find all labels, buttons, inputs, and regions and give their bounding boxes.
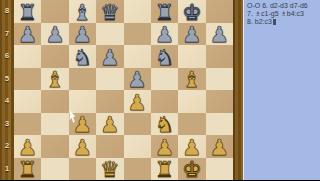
- square-b8[interactable]: [41, 0, 68, 23]
- rank-label-1: 1: [0, 158, 14, 181]
- rank-label-8: 8: [0, 0, 14, 23]
- square-b3[interactable]: [41, 113, 68, 136]
- square-g2[interactable]: ♟: [178, 135, 205, 158]
- white-rook-icon[interactable]: ♜: [155, 158, 175, 180]
- chess-board[interactable]: ♜♝♛♜♚♟♟♟♟♟♟♞♟♞♝♟♝♟♟♟♞♟♟♟♟♟♜♛♜♚: [14, 0, 233, 180]
- move-list-line-text: 8. b2:c3: [247, 18, 272, 25]
- black-pawn-icon[interactable]: ♟: [155, 23, 175, 46]
- square-e5[interactable]: ♟: [124, 68, 151, 91]
- square-b6[interactable]: [41, 45, 68, 68]
- square-e7[interactable]: [124, 23, 151, 46]
- white-bishop-icon[interactable]: ♝: [182, 68, 202, 91]
- square-b5[interactable]: ♝: [41, 68, 68, 91]
- move-list-panel[interactable]: O-O 6. d2-d3 d7-d6 7. ♗c1-g5 ♗b4:c3 8. b…: [243, 0, 320, 180]
- black-pawn-icon[interactable]: ♟: [45, 23, 65, 46]
- board-wrapper: ♜♝♛♜♚♟♟♟♟♟♟♞♟♞♝♟♝♟♟♟♞♟♟♟♟♟♜♛♜♚: [14, 0, 233, 180]
- square-a1[interactable]: ♜: [14, 158, 41, 181]
- white-pawn-icon[interactable]: ♟: [100, 113, 120, 136]
- black-queen-icon[interactable]: ♛: [100, 1, 120, 24]
- square-g4[interactable]: [178, 90, 205, 113]
- square-c2[interactable]: ♟: [69, 135, 96, 158]
- black-pawn-icon[interactable]: ♟: [209, 23, 229, 46]
- square-g8[interactable]: ♚: [178, 0, 205, 23]
- square-a8[interactable]: ♜: [14, 0, 41, 23]
- rank-label-7: 7: [0, 23, 14, 46]
- move-list-line: 7. ♗c1-g5 ♗b4:c3: [247, 10, 319, 18]
- black-knight-icon[interactable]: ♞: [73, 46, 93, 69]
- square-d5[interactable]: [96, 68, 123, 91]
- white-queen-icon[interactable]: ♛: [100, 158, 120, 180]
- black-pawn-icon[interactable]: ♟: [182, 23, 202, 46]
- square-d7[interactable]: [96, 23, 123, 46]
- square-d1[interactable]: ♛: [96, 158, 123, 181]
- black-rook-icon[interactable]: ♜: [18, 1, 38, 24]
- black-bishop-icon[interactable]: ♝: [73, 1, 93, 24]
- rank-label-3: 3: [0, 113, 14, 136]
- white-king-icon[interactable]: ♚: [182, 158, 202, 180]
- white-pawn-icon[interactable]: ♟: [73, 113, 93, 136]
- rank-label-2: 2: [0, 135, 14, 158]
- square-a2[interactable]: ♟: [14, 135, 41, 158]
- white-pawn-icon[interactable]: ♟: [18, 136, 38, 159]
- square-h4[interactable]: [206, 90, 233, 113]
- rank-label-6: 6: [0, 45, 14, 68]
- rank-label-4: 4: [0, 90, 14, 113]
- square-f2[interactable]: ♟: [151, 135, 178, 158]
- square-f5[interactable]: [151, 68, 178, 91]
- board-right-border: [233, 0, 243, 180]
- square-a3[interactable]: [14, 113, 41, 136]
- square-c1[interactable]: [69, 158, 96, 181]
- square-f4[interactable]: [151, 90, 178, 113]
- square-c5[interactable]: [69, 68, 96, 91]
- square-e2[interactable]: [124, 135, 151, 158]
- square-d6[interactable]: ♟: [96, 45, 123, 68]
- black-rook-icon[interactable]: ♜: [155, 1, 175, 24]
- square-c4[interactable]: [69, 90, 96, 113]
- white-pawn-icon[interactable]: ♟: [155, 136, 175, 159]
- square-g3[interactable]: [178, 113, 205, 136]
- square-f7[interactable]: ♟: [151, 23, 178, 46]
- square-c7[interactable]: ♟: [69, 23, 96, 46]
- rank-label-5: 5: [0, 68, 14, 91]
- square-g5[interactable]: ♝: [178, 68, 205, 91]
- square-h5[interactable]: [206, 68, 233, 91]
- square-h6[interactable]: [206, 45, 233, 68]
- text-caret: [273, 19, 276, 25]
- black-pawn-icon[interactable]: ♟: [73, 23, 93, 46]
- square-d4[interactable]: [96, 90, 123, 113]
- white-pawn-icon[interactable]: ♟: [127, 91, 147, 114]
- black-king-icon[interactable]: ♚: [182, 1, 202, 24]
- square-b7[interactable]: ♟: [41, 23, 68, 46]
- square-f1[interactable]: ♜: [151, 158, 178, 181]
- square-f6[interactable]: ♞: [151, 45, 178, 68]
- square-c6[interactable]: ♞: [69, 45, 96, 68]
- square-a6[interactable]: [14, 45, 41, 68]
- square-a4[interactable]: [14, 90, 41, 113]
- square-d2[interactable]: [96, 135, 123, 158]
- square-b1[interactable]: [41, 158, 68, 181]
- square-e8[interactable]: [124, 0, 151, 23]
- square-g7[interactable]: ♟: [178, 23, 205, 46]
- square-c8[interactable]: ♝: [69, 0, 96, 23]
- black-knight-icon[interactable]: ♞: [155, 46, 175, 69]
- square-h7[interactable]: ♟: [206, 23, 233, 46]
- move-list-line: O-O 6. d2-d3 d7-d6: [247, 2, 319, 10]
- white-pawn-icon[interactable]: ♟: [73, 136, 93, 159]
- square-d8[interactable]: ♛: [96, 0, 123, 23]
- white-rook-icon[interactable]: ♜: [18, 158, 38, 180]
- square-e6[interactable]: [124, 45, 151, 68]
- square-h8[interactable]: [206, 0, 233, 23]
- square-e3[interactable]: [124, 113, 151, 136]
- square-e1[interactable]: [124, 158, 151, 181]
- black-pawn-icon[interactable]: ♟: [127, 68, 147, 91]
- black-pawn-icon[interactable]: ♟: [100, 46, 120, 69]
- square-d3[interactable]: ♟: [96, 113, 123, 136]
- white-pawn-icon[interactable]: ♟: [182, 136, 202, 159]
- square-h2[interactable]: ♟: [206, 135, 233, 158]
- white-bishop-icon[interactable]: ♝: [45, 68, 65, 91]
- square-b4[interactable]: [41, 90, 68, 113]
- white-pawn-icon[interactable]: ♟: [209, 136, 229, 159]
- move-list-line-last: 8. b2:c3: [247, 18, 319, 26]
- square-a7[interactable]: ♟: [14, 23, 41, 46]
- square-f3[interactable]: ♞: [151, 113, 178, 136]
- white-knight-icon[interactable]: ♞: [155, 113, 175, 136]
- chess-app-window: 87654321 ♜♝♛♜♚♟♟♟♟♟♟♞♟♞♝♟♝♟♟♟♞♟♟♟♟♟♜♛♜♚ …: [0, 0, 320, 180]
- square-a5[interactable]: [14, 68, 41, 91]
- square-b2[interactable]: [41, 135, 68, 158]
- square-f8[interactable]: ♜: [151, 0, 178, 23]
- square-g1[interactable]: ♚: [178, 158, 205, 181]
- square-h3[interactable]: [206, 113, 233, 136]
- square-h1[interactable]: [206, 158, 233, 181]
- rank-labels-strip: 87654321: [0, 0, 14, 180]
- square-g6[interactable]: [178, 45, 205, 68]
- square-e4[interactable]: ♟: [124, 90, 151, 113]
- black-pawn-icon[interactable]: ♟: [18, 23, 38, 46]
